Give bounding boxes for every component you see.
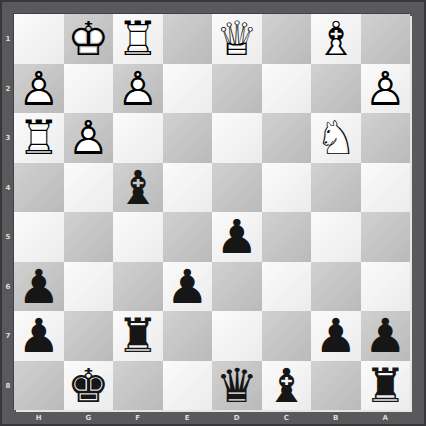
white-king-outline: ♔ bbox=[67, 15, 109, 62]
black-pawn[interactable]: ♟ bbox=[361, 311, 411, 361]
square-g8[interactable]: ♚ bbox=[64, 361, 114, 411]
square-d5[interactable]: ♟ bbox=[212, 212, 262, 262]
square-e6[interactable]: ♟ bbox=[163, 262, 213, 312]
black-king[interactable]: ♚ bbox=[64, 361, 114, 411]
square-h7[interactable]: ♟ bbox=[14, 311, 64, 361]
square-c3[interactable] bbox=[262, 113, 312, 163]
file-label-g: G bbox=[64, 413, 114, 423]
square-h1[interactable] bbox=[14, 14, 64, 64]
white-knight[interactable]: ♞♘ bbox=[311, 113, 361, 163]
square-f7[interactable]: ♜ bbox=[113, 311, 163, 361]
square-h6[interactable]: ♟ bbox=[14, 262, 64, 312]
square-g5[interactable] bbox=[64, 212, 114, 262]
square-e2[interactable] bbox=[163, 64, 213, 114]
white-rook[interactable]: ♜♖ bbox=[113, 14, 163, 64]
square-c4[interactable] bbox=[262, 163, 312, 213]
white-queen[interactable]: ♛♕ bbox=[212, 14, 262, 64]
square-g3[interactable]: ♟♙ bbox=[64, 113, 114, 163]
rank-label-2: 2 bbox=[2, 85, 14, 93]
square-e8[interactable] bbox=[163, 361, 213, 411]
square-c2[interactable] bbox=[262, 64, 312, 114]
square-b8[interactable] bbox=[311, 361, 361, 411]
square-c5[interactable] bbox=[262, 212, 312, 262]
white-queen-outline: ♕ bbox=[216, 15, 258, 62]
white-king[interactable]: ♚♔ bbox=[64, 14, 114, 64]
white-pawn-outline: ♙ bbox=[364, 65, 406, 112]
chess-board: ♚♔♜♖♛♕♝♗♟♙♟♙♟♙♜♖♟♙♞♘♝♟♟♟♟♜♟♟♚♛♝♜ bbox=[14, 14, 410, 410]
square-a3[interactable] bbox=[361, 113, 411, 163]
file-label-b: B bbox=[311, 413, 361, 423]
square-b6[interactable] bbox=[311, 262, 361, 312]
square-f4[interactable]: ♝ bbox=[113, 163, 163, 213]
black-bishop[interactable]: ♝ bbox=[113, 163, 163, 213]
square-a1[interactable] bbox=[361, 14, 411, 64]
white-knight-outline: ♘ bbox=[315, 114, 357, 161]
square-b5[interactable] bbox=[311, 212, 361, 262]
square-a7[interactable]: ♟ bbox=[361, 311, 411, 361]
square-c1[interactable] bbox=[262, 14, 312, 64]
square-a6[interactable] bbox=[361, 262, 411, 312]
square-g4[interactable] bbox=[64, 163, 114, 213]
square-b3[interactable]: ♞♘ bbox=[311, 113, 361, 163]
white-pawn-outline: ♙ bbox=[67, 114, 109, 161]
square-d3[interactable] bbox=[212, 113, 262, 163]
white-bishop[interactable]: ♝♗ bbox=[311, 14, 361, 64]
square-b4[interactable] bbox=[311, 163, 361, 213]
black-rook[interactable]: ♜ bbox=[361, 361, 411, 411]
square-g2[interactable] bbox=[64, 64, 114, 114]
white-rook[interactable]: ♜♖ bbox=[14, 113, 64, 163]
file-label-h: H bbox=[14, 413, 64, 423]
white-bishop-outline: ♗ bbox=[315, 15, 357, 62]
black-pawn[interactable]: ♟ bbox=[311, 311, 361, 361]
square-f5[interactable] bbox=[113, 212, 163, 262]
square-h8[interactable] bbox=[14, 361, 64, 411]
black-queen[interactable]: ♛ bbox=[212, 361, 262, 411]
rank-label-3: 3 bbox=[2, 134, 14, 142]
black-bishop[interactable]: ♝ bbox=[262, 361, 312, 411]
black-pawn[interactable]: ♟ bbox=[163, 262, 213, 312]
black-pawn[interactable]: ♟ bbox=[212, 212, 262, 262]
square-h3[interactable]: ♜♖ bbox=[14, 113, 64, 163]
square-h5[interactable] bbox=[14, 212, 64, 262]
file-label-e: E bbox=[163, 413, 213, 423]
square-a4[interactable] bbox=[361, 163, 411, 213]
white-rook-outline: ♖ bbox=[18, 114, 60, 161]
rank-label-5: 5 bbox=[2, 233, 14, 241]
black-pawn[interactable]: ♟ bbox=[14, 262, 64, 312]
white-pawn-outline: ♙ bbox=[117, 65, 159, 112]
square-d8[interactable]: ♛ bbox=[212, 361, 262, 411]
file-label-d: D bbox=[212, 413, 262, 423]
square-g7[interactable] bbox=[64, 311, 114, 361]
square-f2[interactable]: ♟♙ bbox=[113, 64, 163, 114]
file-label-a: A bbox=[361, 413, 411, 423]
black-rook[interactable]: ♜ bbox=[113, 311, 163, 361]
white-pawn-outline: ♙ bbox=[18, 65, 60, 112]
square-c6[interactable] bbox=[262, 262, 312, 312]
square-d7[interactable] bbox=[212, 311, 262, 361]
square-d4[interactable] bbox=[212, 163, 262, 213]
chess-board-frame: ♚♔♜♖♛♕♝♗♟♙♟♙♟♙♜♖♟♙♞♘♝♟♟♟♟♜♟♟♚♛♝♜ 1234567… bbox=[0, 0, 426, 426]
square-a8[interactable]: ♜ bbox=[361, 361, 411, 411]
square-a2[interactable]: ♟♙ bbox=[361, 64, 411, 114]
file-label-f: F bbox=[113, 413, 163, 423]
black-pawn[interactable]: ♟ bbox=[14, 311, 64, 361]
rank-label-1: 1 bbox=[2, 35, 14, 43]
white-pawn[interactable]: ♟♙ bbox=[361, 64, 411, 114]
square-a5[interactable] bbox=[361, 212, 411, 262]
white-pawn[interactable]: ♟♙ bbox=[113, 64, 163, 114]
square-b1[interactable]: ♝♗ bbox=[311, 14, 361, 64]
square-b2[interactable] bbox=[311, 64, 361, 114]
square-d1[interactable]: ♛♕ bbox=[212, 14, 262, 64]
rank-label-6: 6 bbox=[2, 283, 14, 291]
square-e7[interactable] bbox=[163, 311, 213, 361]
square-h4[interactable] bbox=[14, 163, 64, 213]
square-b7[interactable]: ♟ bbox=[311, 311, 361, 361]
square-c7[interactable] bbox=[262, 311, 312, 361]
file-label-c: C bbox=[262, 413, 312, 423]
square-e1[interactable] bbox=[163, 14, 213, 64]
white-rook-outline: ♖ bbox=[117, 15, 159, 62]
square-d6[interactable] bbox=[212, 262, 262, 312]
rank-label-7: 7 bbox=[2, 332, 14, 340]
square-e5[interactable] bbox=[163, 212, 213, 262]
square-f6[interactable] bbox=[113, 262, 163, 312]
square-e4[interactable] bbox=[163, 163, 213, 213]
square-c8[interactable]: ♝ bbox=[262, 361, 312, 411]
square-e3[interactable] bbox=[163, 113, 213, 163]
white-pawn[interactable]: ♟♙ bbox=[14, 64, 64, 114]
square-f8[interactable] bbox=[113, 361, 163, 411]
square-f1[interactable]: ♜♖ bbox=[113, 14, 163, 64]
white-pawn[interactable]: ♟♙ bbox=[64, 113, 114, 163]
square-g1[interactable]: ♚♔ bbox=[64, 14, 114, 64]
rank-label-4: 4 bbox=[2, 184, 14, 192]
square-g6[interactable] bbox=[64, 262, 114, 312]
rank-label-8: 8 bbox=[2, 382, 14, 390]
square-d2[interactable] bbox=[212, 64, 262, 114]
square-f3[interactable] bbox=[113, 113, 163, 163]
square-h2[interactable]: ♟♙ bbox=[14, 64, 64, 114]
